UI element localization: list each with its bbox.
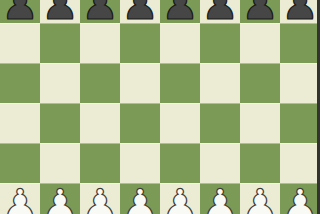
white-pawn[interactable]: ♟	[121, 185, 159, 214]
square-d7[interactable]: ♟	[120, 0, 160, 23]
square-e3[interactable]	[160, 143, 200, 183]
square-h7[interactable]: ♟	[280, 0, 320, 23]
square-f7[interactable]: ♟	[200, 0, 240, 23]
square-a3[interactable]	[0, 143, 40, 183]
white-pawn[interactable]: ♟	[1, 185, 39, 214]
square-g3[interactable]	[240, 143, 280, 183]
chess-board: ♟♟♟♟♟♟♟♟♟♟♟♟♟♟♟♟	[0, 0, 320, 214]
square-e6[interactable]	[160, 23, 200, 63]
square-b3[interactable]	[40, 143, 80, 183]
square-c3[interactable]	[80, 143, 120, 183]
white-pawn[interactable]: ♟	[41, 185, 79, 214]
square-h6[interactable]	[280, 23, 320, 63]
black-pawn[interactable]: ♟	[201, 0, 239, 25]
square-c7[interactable]: ♟	[80, 0, 120, 23]
square-d6[interactable]	[120, 23, 160, 63]
square-g7[interactable]: ♟	[240, 0, 280, 23]
square-d5[interactable]	[120, 63, 160, 103]
black-pawn[interactable]: ♟	[281, 0, 319, 25]
white-pawn[interactable]: ♟	[81, 185, 119, 214]
square-a2[interactable]: ♟	[0, 183, 40, 214]
black-pawn[interactable]: ♟	[1, 0, 39, 25]
square-h3[interactable]	[280, 143, 320, 183]
square-d2[interactable]: ♟	[120, 183, 160, 214]
square-c4[interactable]	[80, 103, 120, 143]
square-f6[interactable]	[200, 23, 240, 63]
chessboard-viewport: ♟♟♟♟♟♟♟♟♟♟♟♟♟♟♟♟	[0, 0, 320, 214]
black-pawn[interactable]: ♟	[81, 0, 119, 25]
square-f2[interactable]: ♟	[200, 183, 240, 214]
square-e7[interactable]: ♟	[160, 0, 200, 23]
square-g4[interactable]	[240, 103, 280, 143]
square-c6[interactable]	[80, 23, 120, 63]
square-b5[interactable]	[40, 63, 80, 103]
square-a7[interactable]: ♟	[0, 0, 40, 23]
black-pawn[interactable]: ♟	[241, 0, 279, 25]
white-pawn[interactable]: ♟	[161, 185, 199, 214]
black-pawn[interactable]: ♟	[121, 0, 159, 25]
square-d3[interactable]	[120, 143, 160, 183]
square-e2[interactable]: ♟	[160, 183, 200, 214]
square-d4[interactable]	[120, 103, 160, 143]
square-b7[interactable]: ♟	[40, 0, 80, 23]
square-e5[interactable]	[160, 63, 200, 103]
black-pawn[interactable]: ♟	[41, 0, 79, 25]
square-h2[interactable]: ♟	[280, 183, 320, 214]
white-pawn[interactable]: ♟	[281, 185, 319, 214]
square-b4[interactable]	[40, 103, 80, 143]
square-g6[interactable]	[240, 23, 280, 63]
square-f4[interactable]	[200, 103, 240, 143]
square-f5[interactable]	[200, 63, 240, 103]
white-pawn[interactable]: ♟	[201, 185, 239, 214]
square-g2[interactable]: ♟	[240, 183, 280, 214]
square-f3[interactable]	[200, 143, 240, 183]
square-b2[interactable]: ♟	[40, 183, 80, 214]
square-a5[interactable]	[0, 63, 40, 103]
square-c5[interactable]	[80, 63, 120, 103]
white-pawn[interactable]: ♟	[241, 185, 279, 214]
black-pawn[interactable]: ♟	[161, 0, 199, 25]
square-c2[interactable]: ♟	[80, 183, 120, 214]
square-b6[interactable]	[40, 23, 80, 63]
square-a4[interactable]	[0, 103, 40, 143]
square-h4[interactable]	[280, 103, 320, 143]
square-g5[interactable]	[240, 63, 280, 103]
square-e4[interactable]	[160, 103, 200, 143]
square-a6[interactable]	[0, 23, 40, 63]
square-h5[interactable]	[280, 63, 320, 103]
